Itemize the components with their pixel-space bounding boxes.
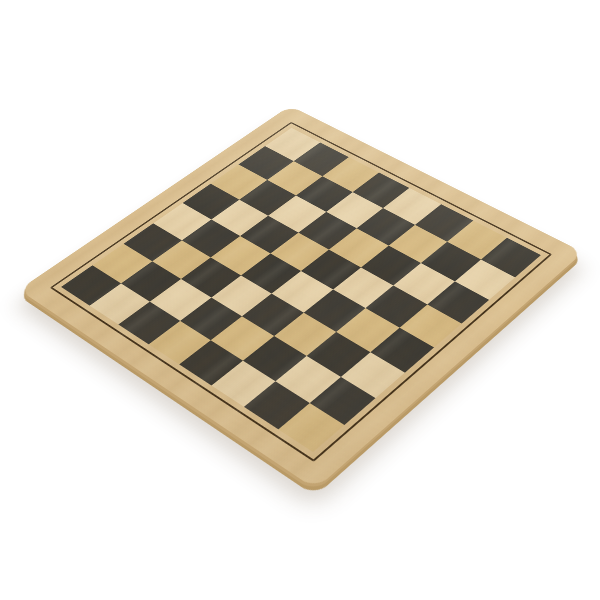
chessboard	[19, 106, 583, 490]
product-photo-scene	[0, 0, 600, 600]
board-grid	[61, 128, 541, 452]
